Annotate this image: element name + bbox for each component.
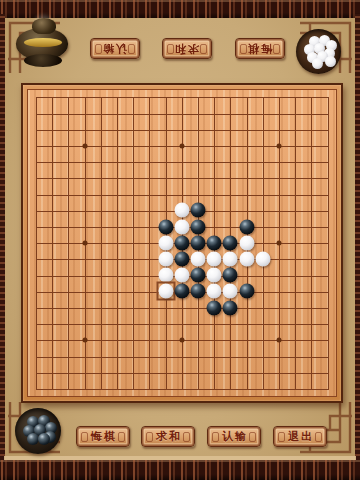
white-stones-bowl [296, 29, 341, 74]
resign-button-label: 认输 [220, 431, 248, 442]
exit-button[interactable]: 退出 [273, 426, 327, 447]
white-stone [207, 268, 222, 283]
white-stone [191, 252, 206, 267]
white-stone [207, 284, 222, 299]
star-point [82, 240, 87, 245]
white-stone [158, 268, 173, 283]
opponent-draw-button-label: 求和 [173, 43, 201, 54]
white-stone [158, 284, 173, 299]
bottom-ornament-band [0, 460, 360, 480]
white-stone [174, 219, 189, 234]
black-stone [174, 235, 189, 250]
opponent-resign-button[interactable]: 认输 [90, 38, 140, 59]
game-board [21, 83, 343, 403]
white-stone [158, 235, 173, 250]
censer-base [24, 54, 62, 67]
black-stone [207, 300, 222, 315]
white-stone [239, 235, 254, 250]
white-stone [174, 203, 189, 218]
black-stones-bowl [15, 408, 61, 454]
board-surface [27, 89, 337, 397]
black-stone [191, 268, 206, 283]
undo-button[interactable]: 悔棋 [76, 426, 130, 447]
resign-button[interactable]: 认输 [207, 426, 261, 447]
board-grid[interactable] [36, 97, 329, 390]
white-stone [223, 252, 238, 267]
star-point [277, 240, 282, 245]
white-stone [255, 252, 270, 267]
draw-button[interactable]: 求和 [141, 426, 195, 447]
opponent-undo-button-label: 悔棋 [246, 43, 274, 54]
black-stone [223, 235, 238, 250]
black-stone [191, 219, 206, 234]
black-stone [207, 235, 222, 250]
black-stone [158, 219, 173, 234]
censer-lid [32, 18, 56, 34]
white-stone [239, 252, 254, 267]
incense-burner-icon [10, 16, 76, 70]
undo-button-label: 悔棋 [89, 431, 117, 442]
left-frame-edge [0, 14, 5, 462]
black-stone [191, 203, 206, 218]
star-point [277, 143, 282, 148]
white-stone [158, 252, 173, 267]
gomoku-app-screen: 认输 求和 悔棋 悔棋 求和 认输 退出 [0, 0, 360, 480]
white-tray-stone [325, 56, 336, 67]
star-point [82, 143, 87, 148]
white-tray-stone [312, 58, 323, 69]
exit-button-label: 退出 [286, 431, 314, 442]
opponent-undo-button[interactable]: 悔棋 [235, 38, 285, 59]
black-stone [223, 300, 238, 315]
black-stone [191, 235, 206, 250]
black-stone [174, 284, 189, 299]
opponent-draw-button[interactable]: 求和 [162, 38, 212, 59]
star-point [179, 338, 184, 343]
draw-button-label: 求和 [154, 431, 182, 442]
white-stone [174, 268, 189, 283]
black-stone [223, 268, 238, 283]
black-stone [239, 219, 254, 234]
white-stone [207, 252, 222, 267]
opponent-resign-button-label: 认输 [101, 43, 129, 54]
right-frame-edge [355, 14, 360, 462]
white-stone [223, 284, 238, 299]
censer-gold-band [24, 38, 62, 47]
black-stone [239, 284, 254, 299]
star-point [82, 338, 87, 343]
black-stone [191, 284, 206, 299]
black-stone [174, 252, 189, 267]
star-point [179, 143, 184, 148]
black-tray-stone [38, 433, 50, 445]
star-point [277, 338, 282, 343]
